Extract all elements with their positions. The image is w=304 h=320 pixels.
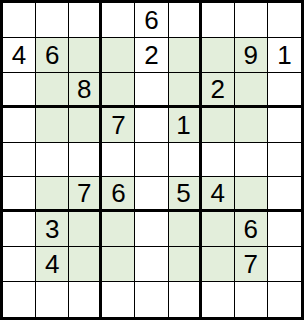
cell-r5c6[interactable] <box>169 143 202 178</box>
cell-r6c6[interactable]: 5 <box>169 177 202 212</box>
cell-r7c9[interactable] <box>268 212 301 247</box>
cell-r5c8[interactable] <box>235 143 268 178</box>
cell-r5c5[interactable] <box>135 143 168 178</box>
cell-r9c2[interactable] <box>36 282 69 317</box>
cell-r5c4[interactable] <box>102 143 135 178</box>
cell-r8c7[interactable] <box>202 247 235 282</box>
cell-r8c8[interactable]: 7 <box>235 247 268 282</box>
cell-r3c2[interactable] <box>36 73 69 108</box>
cell-r8c6[interactable] <box>169 247 202 282</box>
cell-r2c8[interactable]: 9 <box>235 38 268 73</box>
cell-r4c6[interactable]: 1 <box>169 108 202 143</box>
cell-r9c9[interactable] <box>268 282 301 317</box>
cell-r2c7[interactable] <box>202 38 235 73</box>
cell-r5c7[interactable] <box>202 143 235 178</box>
cell-r8c4[interactable] <box>102 247 135 282</box>
cell-r6c1[interactable] <box>3 177 36 212</box>
cell-r7c3[interactable] <box>69 212 102 247</box>
sudoku-board: 646291827176543647 <box>0 0 304 320</box>
cell-r1c9[interactable] <box>268 3 301 38</box>
cell-r7c1[interactable] <box>3 212 36 247</box>
cell-r8c9[interactable] <box>268 247 301 282</box>
cell-r9c1[interactable] <box>3 282 36 317</box>
cell-r4c7[interactable] <box>202 108 235 143</box>
cell-r4c1[interactable] <box>3 108 36 143</box>
cell-r1c2[interactable] <box>36 3 69 38</box>
cell-r3c9[interactable] <box>268 73 301 108</box>
cell-r2c2[interactable]: 6 <box>36 38 69 73</box>
cell-r9c5[interactable] <box>135 282 168 317</box>
cell-r5c1[interactable] <box>3 143 36 178</box>
cell-r3c1[interactable] <box>3 73 36 108</box>
cell-r7c4[interactable] <box>102 212 135 247</box>
cell-r6c4[interactable]: 6 <box>102 177 135 212</box>
cell-r9c3[interactable] <box>69 282 102 317</box>
cell-r3c8[interactable] <box>235 73 268 108</box>
cell-r7c8[interactable]: 6 <box>235 212 268 247</box>
cell-r9c6[interactable] <box>169 282 202 317</box>
cell-r8c2[interactable]: 4 <box>36 247 69 282</box>
cell-r3c6[interactable] <box>169 73 202 108</box>
cell-r2c5[interactable]: 2 <box>135 38 168 73</box>
cell-r7c6[interactable] <box>169 212 202 247</box>
cell-r3c7[interactable]: 2 <box>202 73 235 108</box>
cell-r1c5[interactable]: 6 <box>135 3 168 38</box>
cell-r1c7[interactable] <box>202 3 235 38</box>
cell-r2c3[interactable] <box>69 38 102 73</box>
cell-r2c1[interactable]: 4 <box>3 38 36 73</box>
cell-r6c3[interactable]: 7 <box>69 177 102 212</box>
cell-r2c6[interactable] <box>169 38 202 73</box>
cell-r8c1[interactable] <box>3 247 36 282</box>
cell-r8c5[interactable] <box>135 247 168 282</box>
cell-r7c7[interactable] <box>202 212 235 247</box>
cell-r6c9[interactable] <box>268 177 301 212</box>
cell-r1c6[interactable] <box>169 3 202 38</box>
cell-r4c3[interactable] <box>69 108 102 143</box>
cell-r3c5[interactable] <box>135 73 168 108</box>
cell-r4c9[interactable] <box>268 108 301 143</box>
cell-r6c7[interactable]: 4 <box>202 177 235 212</box>
cell-r5c3[interactable] <box>69 143 102 178</box>
cell-r4c8[interactable] <box>235 108 268 143</box>
cell-r1c1[interactable] <box>3 3 36 38</box>
cell-r9c8[interactable] <box>235 282 268 317</box>
cell-r4c4[interactable]: 7 <box>102 108 135 143</box>
cell-r3c4[interactable] <box>102 73 135 108</box>
cell-r6c2[interactable] <box>36 177 69 212</box>
cell-r8c3[interactable] <box>69 247 102 282</box>
cell-r3c3[interactable]: 8 <box>69 73 102 108</box>
cell-r7c2[interactable]: 3 <box>36 212 69 247</box>
cell-r2c4[interactable] <box>102 38 135 73</box>
cell-r9c4[interactable] <box>102 282 135 317</box>
cell-r4c5[interactable] <box>135 108 168 143</box>
cell-r1c4[interactable] <box>102 3 135 38</box>
cell-r1c8[interactable] <box>235 3 268 38</box>
cell-r6c5[interactable] <box>135 177 168 212</box>
cell-r4c2[interactable] <box>36 108 69 143</box>
cell-r5c2[interactable] <box>36 143 69 178</box>
cell-r6c8[interactable] <box>235 177 268 212</box>
cell-r1c3[interactable] <box>69 3 102 38</box>
cell-r9c7[interactable] <box>202 282 235 317</box>
cell-r7c5[interactable] <box>135 212 168 247</box>
cell-r2c9[interactable]: 1 <box>268 38 301 73</box>
cell-r5c9[interactable] <box>268 143 301 178</box>
